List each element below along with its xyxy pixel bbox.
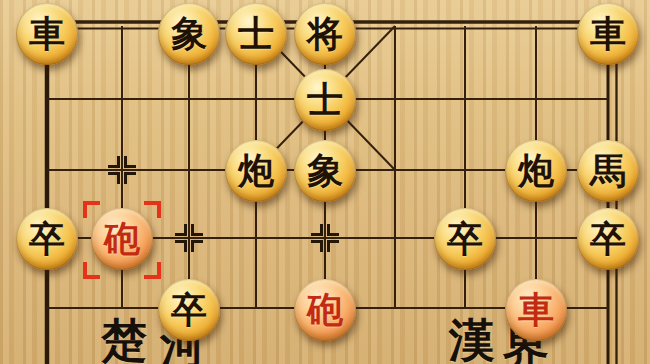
piece-glyph: 砲 [307, 279, 343, 339]
piece-glyph: 象 [171, 3, 207, 63]
piece-black-soldier[interactable]: 卒 [158, 279, 220, 341]
selection-bracket-tl [83, 201, 100, 218]
piece-glyph: 卒 [447, 208, 483, 268]
piece-black-soldier[interactable]: 卒 [434, 208, 496, 270]
piece-black-chariot[interactable]: 車 [577, 3, 639, 65]
piece-glyph: 士 [307, 69, 343, 129]
selection-bracket-tr [144, 201, 161, 218]
river-text-chu: 楚 [101, 317, 147, 363]
piece-black-soldier[interactable]: 卒 [577, 208, 639, 270]
piece-glyph: 卒 [171, 279, 207, 339]
piece-black-chariot[interactable]: 車 [16, 3, 78, 65]
piece-black-advisor[interactable]: 士 [225, 3, 287, 65]
piece-black-general[interactable]: 将 [294, 3, 356, 65]
piece-glyph: 馬 [590, 140, 626, 200]
piece-black-elephant[interactable]: 象 [158, 3, 220, 65]
xiangqi-board[interactable]: 楚 河 漢 界 車象士将車士炮象炮馬卒砲卒卒卒砲車 [0, 0, 650, 364]
piece-red-cannon[interactable]: 砲 [91, 208, 153, 270]
piece-glyph: 士 [238, 3, 274, 63]
river-text-han: 漢 [449, 317, 495, 363]
piece-black-advisor[interactable]: 士 [294, 69, 356, 131]
piece-red-chariot[interactable]: 車 [505, 279, 567, 341]
piece-glyph: 卒 [29, 208, 65, 268]
piece-glyph: 象 [307, 140, 343, 200]
piece-black-horse[interactable]: 馬 [577, 140, 639, 202]
piece-glyph: 卒 [590, 208, 626, 268]
piece-glyph: 車 [29, 3, 65, 63]
piece-red-cannon[interactable]: 砲 [294, 279, 356, 341]
piece-glyph: 砲 [104, 208, 140, 268]
piece-black-cannon[interactable]: 炮 [225, 140, 287, 202]
piece-black-elephant[interactable]: 象 [294, 140, 356, 202]
piece-glyph: 将 [307, 3, 343, 63]
piece-glyph: 炮 [238, 140, 274, 200]
piece-black-soldier[interactable]: 卒 [16, 208, 78, 270]
selection-bracket-br [144, 262, 161, 279]
selection-bracket-bl [83, 262, 100, 279]
piece-glyph: 車 [518, 279, 554, 339]
piece-black-cannon[interactable]: 炮 [505, 140, 567, 202]
piece-glyph: 車 [590, 3, 626, 63]
piece-glyph: 炮 [518, 140, 554, 200]
